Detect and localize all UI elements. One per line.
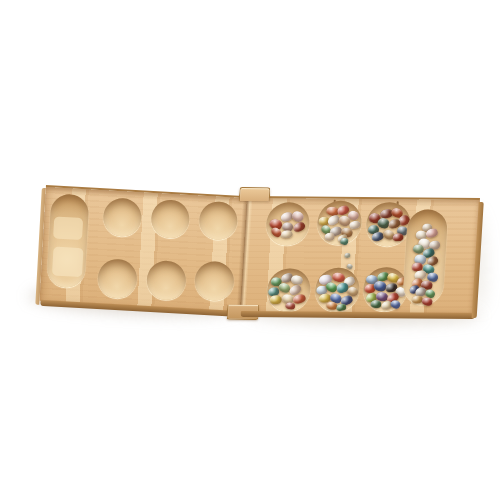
pit-top-2 (150, 199, 190, 239)
seed-stone (344, 252, 350, 257)
board-edge-right (472, 202, 484, 318)
board-edge-bottom (40, 300, 243, 317)
hinge-tab-bottom (226, 305, 259, 320)
board-left-panel (40, 185, 248, 312)
pit-bottom-2 (145, 259, 186, 300)
product-photo-mancala-board (0, 0, 500, 500)
pit-top-3 (198, 200, 238, 240)
seed-stone (324, 233, 334, 241)
hinge-tab-top (239, 187, 271, 201)
pit-top-1 (102, 197, 142, 237)
left-store (46, 193, 89, 288)
seed-stone (392, 233, 403, 242)
seed-stone (269, 295, 282, 304)
seed-stone (346, 262, 354, 269)
board-right-panel (240, 196, 480, 314)
board-edge-left (35, 188, 46, 305)
pit-bottom-3 (193, 260, 234, 301)
board-edge-bottom (241, 311, 475, 319)
pit-bottom-1 (96, 258, 137, 299)
